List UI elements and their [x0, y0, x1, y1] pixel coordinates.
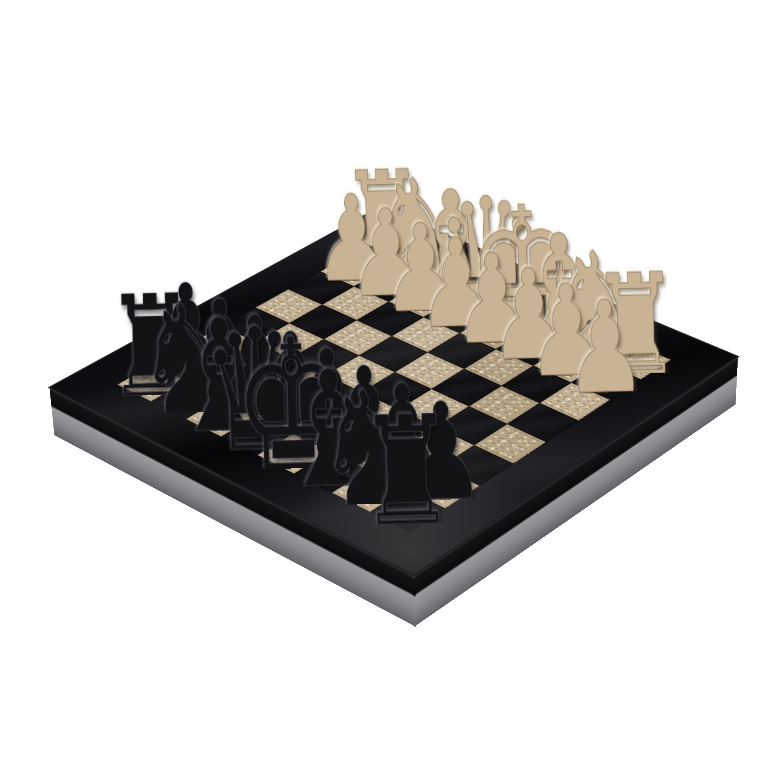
piece-reflection [460, 285, 514, 311]
chess-board: ♜♞♝♛♚♝♞♜♟♟♟♟♟♟♟♟♟♟♟♟♟♟♟♟♜♞♝♛♚♝♞♜ [48, 206, 740, 576]
piece-fossil-knight-b1[interactable]: ♞ [370, 159, 465, 302]
square-b1[interactable]: ♞ [385, 251, 450, 283]
square-d2[interactable]: ♟ [424, 299, 491, 333]
piece-fossil-pawn-c2[interactable]: ♟ [380, 207, 461, 330]
piece-reflection [359, 273, 412, 299]
piece-fossil-rook-a1[interactable]: ♜ [339, 152, 427, 285]
square-a1[interactable]: ♜ [352, 237, 416, 269]
piece-reflection [357, 241, 409, 266]
chess-set-scene: ♜♞♝♛♚♝♞♜♟♟♟♟♟♟♟♟♟♟♟♟♟♟♟♟♜♞♝♛♚♝♞♜ [144, 121, 647, 624]
piece-reflection [394, 288, 448, 314]
square-f2[interactable]: ♟ [496, 330, 564, 366]
piece-fossil-queen-d1[interactable]: ♛ [434, 177, 540, 337]
square-h8[interactable]: ♜ [370, 489, 445, 532]
piece-fossil-pawn-a2[interactable]: ♟ [312, 179, 392, 300]
square-b2[interactable]: ♟ [354, 269, 420, 302]
photo-stage: ♜♞♝♛♚♝♞♜♟♟♟♟♟♟♟♟♟♟♟♟♟♟♟♟♜♞♝♛♚♝♞♜ [0, 0, 767, 767]
piece-reflection [429, 303, 484, 330]
piece-black-rook-h8[interactable]: ♜ [356, 394, 457, 548]
square-e2[interactable]: ♟ [459, 314, 527, 349]
square-a2[interactable]: ♟ [320, 254, 385, 286]
piece-reflection [390, 255, 443, 280]
piece-reflection [501, 335, 557, 363]
piece-reflection [464, 319, 519, 346]
square-h2[interactable]: ♟ [571, 363, 641, 400]
piece-reflection [425, 270, 478, 296]
square-c2[interactable]: ♟ [389, 284, 455, 318]
piece-fossil-bishop-c1[interactable]: ♝ [403, 171, 500, 318]
square-e1[interactable]: ♚ [491, 296, 558, 330]
square-d1[interactable]: ♛ [455, 281, 521, 315]
piece-reflection [325, 258, 377, 283]
piece-reflection [496, 300, 551, 327]
piece-fossil-pawn-f2[interactable]: ♟ [487, 252, 571, 379]
piece-fossil-pawn-d2[interactable]: ♟ [415, 222, 497, 346]
square-c1[interactable]: ♝ [420, 266, 486, 299]
piece-fossil-pawn-e2[interactable]: ♟ [451, 237, 534, 362]
piece-fossil-pawn-b2[interactable]: ♟ [346, 193, 426, 315]
